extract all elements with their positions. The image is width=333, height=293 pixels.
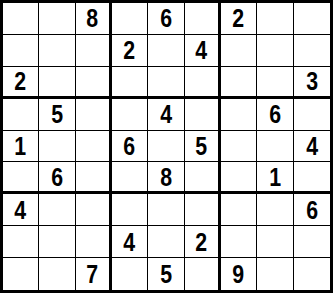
given-digit: 6 — [160, 5, 172, 31]
cell-r2c9[interactable] — [294, 35, 330, 67]
cell-r4c5: 4 — [148, 99, 184, 131]
cell-r8c3[interactable] — [76, 226, 112, 258]
cell-r5c2[interactable] — [39, 131, 75, 163]
given-digit: 4 — [306, 133, 318, 159]
cell-r2c6: 4 — [185, 35, 221, 67]
cell-r5c3[interactable] — [76, 131, 112, 163]
cell-r5c9: 4 — [294, 131, 330, 163]
cell-r6c1[interactable] — [3, 162, 39, 194]
cell-r8c6: 2 — [185, 226, 221, 258]
given-digit: 4 — [15, 197, 27, 223]
given-digit: 2 — [195, 229, 207, 255]
cell-r8c7[interactable] — [221, 226, 257, 258]
cell-r7c8[interactable] — [257, 194, 293, 226]
cell-r4c8: 6 — [257, 99, 293, 131]
given-digit: 4 — [124, 229, 136, 255]
cell-r4c2: 5 — [39, 99, 75, 131]
cell-r1c7: 2 — [221, 3, 257, 35]
cell-r1c9[interactable] — [294, 3, 330, 35]
cell-r6c2: 6 — [39, 162, 75, 194]
cell-r3c7[interactable] — [221, 67, 257, 99]
cell-r7c2[interactable] — [39, 194, 75, 226]
cell-r7c1: 4 — [3, 194, 39, 226]
given-digit: 8 — [160, 164, 172, 190]
cell-r4c7[interactable] — [221, 99, 257, 131]
cell-r4c3[interactable] — [76, 99, 112, 131]
cell-r9c1[interactable] — [3, 258, 39, 290]
cell-r8c4: 4 — [112, 226, 148, 258]
cell-r9c4[interactable] — [112, 258, 148, 290]
cell-r3c2[interactable] — [39, 67, 75, 99]
cell-r8c5[interactable] — [148, 226, 184, 258]
cell-r5c4: 6 — [112, 131, 148, 163]
given-digit: 7 — [86, 261, 98, 287]
given-digit: 6 — [269, 101, 281, 127]
cell-r1c6[interactable] — [185, 3, 221, 35]
cell-r2c7[interactable] — [221, 35, 257, 67]
given-digit: 6 — [306, 197, 318, 223]
given-digit: 6 — [124, 133, 136, 159]
cell-r2c2[interactable] — [39, 35, 75, 67]
cell-r3c1: 2 — [3, 67, 39, 99]
sudoku-board: 862242354616546814642759 — [0, 0, 333, 293]
cell-r1c5: 6 — [148, 3, 184, 35]
cell-r3c4[interactable] — [112, 67, 148, 99]
cell-r6c7[interactable] — [221, 162, 257, 194]
cell-r9c6[interactable] — [185, 258, 221, 290]
given-digit: 5 — [160, 261, 172, 287]
cell-r1c1[interactable] — [3, 3, 39, 35]
cell-r9c5: 5 — [148, 258, 184, 290]
cell-r3c9: 3 — [294, 67, 330, 99]
cell-r3c6[interactable] — [185, 67, 221, 99]
cell-r7c3[interactable] — [76, 194, 112, 226]
cell-r2c8[interactable] — [257, 35, 293, 67]
cell-r8c1[interactable] — [3, 226, 39, 258]
cell-r6c3[interactable] — [76, 162, 112, 194]
cell-r4c4[interactable] — [112, 99, 148, 131]
cell-r8c9[interactable] — [294, 226, 330, 258]
cell-r3c8[interactable] — [257, 67, 293, 99]
given-digit: 2 — [15, 68, 27, 94]
cell-r5c8[interactable] — [257, 131, 293, 163]
cell-r3c5[interactable] — [148, 67, 184, 99]
cell-r9c9[interactable] — [294, 258, 330, 290]
cell-r6c5: 8 — [148, 162, 184, 194]
given-digit: 2 — [124, 37, 136, 63]
cell-r4c9[interactable] — [294, 99, 330, 131]
cell-r9c2[interactable] — [39, 258, 75, 290]
cell-r5c6: 5 — [185, 131, 221, 163]
cell-r2c5[interactable] — [148, 35, 184, 67]
cell-r5c1: 1 — [3, 131, 39, 163]
cell-r7c6[interactable] — [185, 194, 221, 226]
cell-r8c8[interactable] — [257, 226, 293, 258]
given-digit: 4 — [195, 37, 207, 63]
cell-r3c3[interactable] — [76, 67, 112, 99]
given-digit: 5 — [51, 101, 63, 127]
cell-r7c4[interactable] — [112, 194, 148, 226]
cell-r2c3[interactable] — [76, 35, 112, 67]
cell-r9c3: 7 — [76, 258, 112, 290]
cell-r6c4[interactable] — [112, 162, 148, 194]
cell-r1c4[interactable] — [112, 3, 148, 35]
given-digit: 4 — [160, 101, 172, 127]
cell-r5c7[interactable] — [221, 131, 257, 163]
cell-r2c4: 2 — [112, 35, 148, 67]
cell-r4c1[interactable] — [3, 99, 39, 131]
cell-r7c5[interactable] — [148, 194, 184, 226]
given-digit: 6 — [51, 164, 63, 190]
given-digit: 8 — [86, 5, 98, 31]
given-digit: 1 — [15, 133, 27, 159]
given-digit: 3 — [306, 68, 318, 94]
given-digit: 1 — [269, 164, 281, 190]
cell-r1c2[interactable] — [39, 3, 75, 35]
given-digit: 9 — [233, 261, 245, 287]
cell-r6c8: 1 — [257, 162, 293, 194]
cell-r9c8[interactable] — [257, 258, 293, 290]
cell-r5c5[interactable] — [148, 131, 184, 163]
cell-r1c3: 8 — [76, 3, 112, 35]
cell-r4c6[interactable] — [185, 99, 221, 131]
cell-r9c7: 9 — [221, 258, 257, 290]
cell-r7c9: 6 — [294, 194, 330, 226]
given-digit: 2 — [233, 5, 245, 31]
given-digit: 5 — [195, 133, 207, 159]
cell-r6c6[interactable] — [185, 162, 221, 194]
cell-r2c1[interactable] — [3, 35, 39, 67]
cell-r8c2[interactable] — [39, 226, 75, 258]
cell-r1c8[interactable] — [257, 3, 293, 35]
cell-r7c7[interactable] — [221, 194, 257, 226]
cell-r6c9[interactable] — [294, 162, 330, 194]
